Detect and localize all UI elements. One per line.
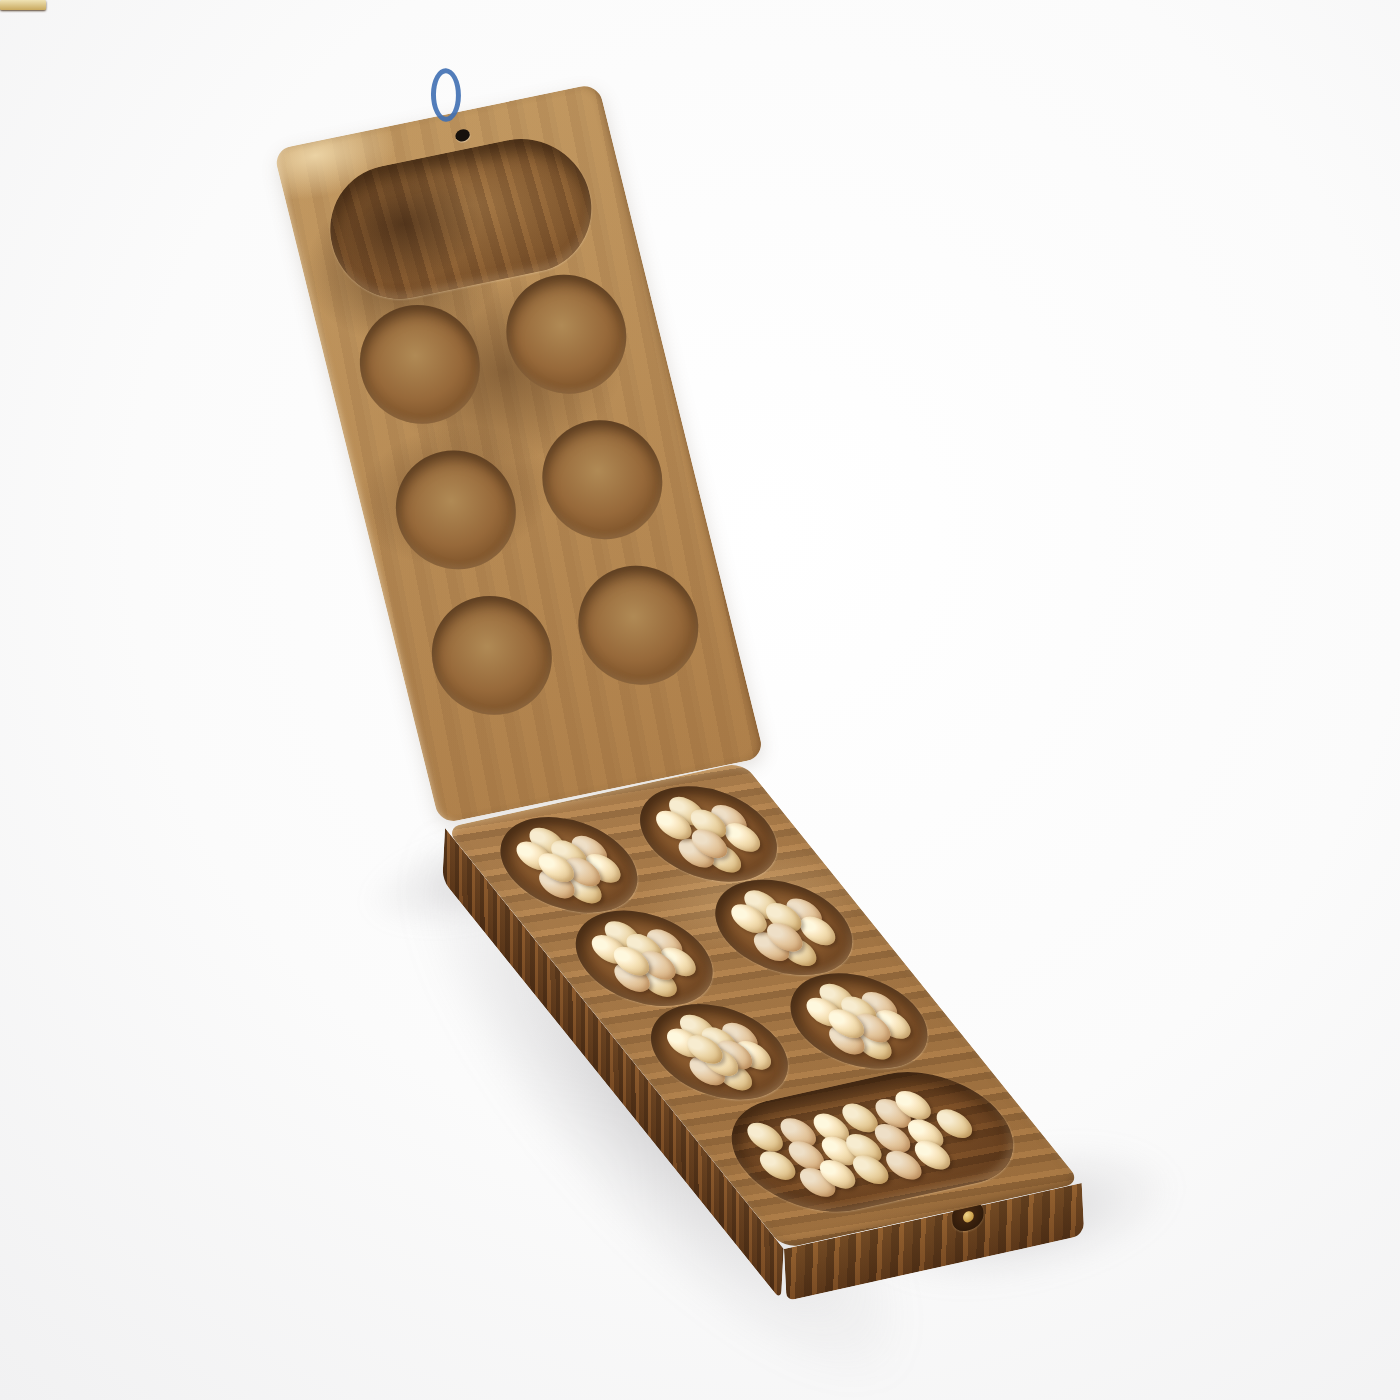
lid-pit-left-1[interactable] bbox=[347, 294, 492, 434]
mancala-lid-panel bbox=[273, 83, 765, 824]
lid-pit-right-3[interactable] bbox=[566, 555, 711, 695]
hang-hole bbox=[453, 127, 472, 144]
base-pit-right-3[interactable] bbox=[764, 962, 953, 1079]
base-pit-right-1[interactable] bbox=[614, 775, 803, 892]
lid-pit-left-3[interactable] bbox=[419, 585, 564, 725]
clasp-pin-icon bbox=[963, 1210, 974, 1223]
photo-stage bbox=[0, 0, 1400, 1400]
string-loop bbox=[431, 68, 461, 123]
base-pit-right-2[interactable] bbox=[689, 869, 878, 986]
lid-pit-right-2[interactable] bbox=[530, 410, 675, 550]
lid-pit-right-1[interactable] bbox=[494, 264, 639, 404]
lid-pit-left-2[interactable] bbox=[383, 440, 528, 580]
hinge-icon bbox=[0, 0, 46, 10]
